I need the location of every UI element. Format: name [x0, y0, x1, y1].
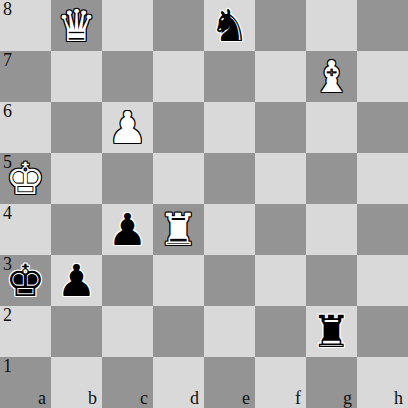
piece-black-king[interactable]: ♚ [0, 255, 51, 306]
square-d2[interactable] [153, 306, 204, 357]
square-g4[interactable] [306, 204, 357, 255]
rank-label-7: 7 [3, 51, 12, 71]
square-b5[interactable] [51, 153, 102, 204]
piece-black-pawn[interactable]: ♟ [51, 255, 102, 306]
rank-label-4: 4 [3, 204, 12, 224]
square-g8[interactable] [306, 0, 357, 51]
rank-label-1: 1 [3, 357, 12, 377]
rank-label-2: 2 [3, 306, 12, 326]
square-f3[interactable] [255, 255, 306, 306]
file-label-f: f [295, 389, 301, 407]
square-h3[interactable] [357, 255, 408, 306]
rank-label-8: 8 [3, 0, 12, 20]
square-b4[interactable] [51, 204, 102, 255]
square-g1[interactable]: g [306, 357, 357, 408]
square-c8[interactable] [102, 0, 153, 51]
square-d1[interactable]: d [153, 357, 204, 408]
square-c1[interactable]: c [102, 357, 153, 408]
piece-white-queen[interactable]: ♛ [51, 0, 102, 51]
file-label-d: d [190, 389, 199, 407]
square-h1[interactable]: h [357, 357, 408, 408]
square-h8[interactable] [357, 0, 408, 51]
square-f1[interactable]: f [255, 357, 306, 408]
square-d8[interactable] [153, 0, 204, 51]
piece-black-pawn[interactable]: ♟ [102, 204, 153, 255]
square-h2[interactable] [357, 306, 408, 357]
square-a1[interactable]: 1a [0, 357, 51, 408]
square-h6[interactable] [357, 102, 408, 153]
square-a4[interactable]: 4 [0, 204, 51, 255]
square-a3[interactable]: 3♚ [0, 255, 51, 306]
piece-white-rook[interactable]: ♜ [153, 204, 204, 255]
square-d6[interactable] [153, 102, 204, 153]
square-f6[interactable] [255, 102, 306, 153]
square-d5[interactable] [153, 153, 204, 204]
square-c3[interactable] [102, 255, 153, 306]
square-b1[interactable]: b [51, 357, 102, 408]
piece-white-pawn[interactable]: ♟ [102, 102, 153, 153]
square-h5[interactable] [357, 153, 408, 204]
file-label-a: a [38, 389, 46, 407]
square-e2[interactable] [204, 306, 255, 357]
square-f2[interactable] [255, 306, 306, 357]
square-e8[interactable]: ♞ [204, 0, 255, 51]
square-f4[interactable] [255, 204, 306, 255]
rank-label-6: 6 [3, 102, 12, 122]
square-c2[interactable] [102, 306, 153, 357]
square-e3[interactable] [204, 255, 255, 306]
square-a2[interactable]: 2 [0, 306, 51, 357]
square-g6[interactable] [306, 102, 357, 153]
square-e5[interactable] [204, 153, 255, 204]
square-a6[interactable]: 6 [0, 102, 51, 153]
square-e7[interactable] [204, 51, 255, 102]
square-f8[interactable] [255, 0, 306, 51]
square-b8[interactable]: ♛ [51, 0, 102, 51]
square-f7[interactable] [255, 51, 306, 102]
piece-black-rook[interactable]: ♜ [306, 306, 357, 357]
square-b2[interactable] [51, 306, 102, 357]
piece-black-knight[interactable]: ♞ [204, 0, 255, 51]
file-label-e: e [242, 389, 250, 407]
piece-white-bishop[interactable]: ♝ [306, 51, 357, 102]
square-c6[interactable]: ♟ [102, 102, 153, 153]
square-c4[interactable]: ♟ [102, 204, 153, 255]
square-h7[interactable] [357, 51, 408, 102]
file-label-h: h [394, 389, 403, 407]
square-g3[interactable] [306, 255, 357, 306]
square-a8[interactable]: 8 [0, 0, 51, 51]
square-d4[interactable]: ♜ [153, 204, 204, 255]
square-h4[interactable] [357, 204, 408, 255]
square-b3[interactable]: ♟ [51, 255, 102, 306]
square-b6[interactable] [51, 102, 102, 153]
square-g2[interactable]: ♜ [306, 306, 357, 357]
file-label-b: b [88, 389, 97, 407]
square-e1[interactable]: e [204, 357, 255, 408]
square-a5[interactable]: 5♚ [0, 153, 51, 204]
square-g5[interactable] [306, 153, 357, 204]
square-e6[interactable] [204, 102, 255, 153]
piece-white-king[interactable]: ♚ [0, 153, 51, 204]
square-d7[interactable] [153, 51, 204, 102]
square-c7[interactable] [102, 51, 153, 102]
square-d3[interactable] [153, 255, 204, 306]
square-c5[interactable] [102, 153, 153, 204]
square-a7[interactable]: 7 [0, 51, 51, 102]
chess-board: 8♛♞7♝6♟5♚4♟♜3♚♟2♜1abcdefgh [0, 0, 408, 408]
square-b7[interactable] [51, 51, 102, 102]
file-label-g: g [343, 389, 352, 407]
square-e4[interactable] [204, 204, 255, 255]
square-g7[interactable]: ♝ [306, 51, 357, 102]
square-f5[interactable] [255, 153, 306, 204]
file-label-c: c [140, 389, 148, 407]
